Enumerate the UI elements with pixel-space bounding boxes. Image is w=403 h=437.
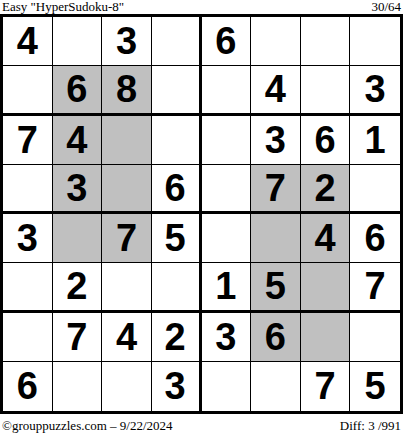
cell-r7c5[interactable]: 3 (202, 313, 252, 362)
cell-r2c3[interactable]: 8 (102, 66, 152, 115)
puzzle-title: Easy "HyperSudoku-8" (2, 0, 124, 15)
cell-r2c8[interactable]: 3 (350, 66, 400, 115)
footer: ©grouppuzzles.com – 9/22/2024 Diff: 3 /9… (0, 417, 403, 437)
cell-r5c8[interactable]: 6 (350, 214, 400, 263)
cell-r3c5[interactable] (202, 116, 252, 165)
sudoku-board: 4366843743613672375462157742366375 (0, 14, 403, 414)
cell-r8c1[interactable]: 6 (3, 362, 53, 411)
cell-r4c8[interactable] (350, 165, 400, 214)
cell-r1c4[interactable] (152, 17, 202, 66)
cell-r2c2[interactable]: 6 (53, 66, 103, 115)
cell-r7c6[interactable]: 6 (251, 313, 301, 362)
cell-r8c3[interactable] (102, 362, 152, 411)
cell-r6c1[interactable] (3, 263, 53, 312)
cell-r1c2[interactable] (53, 17, 103, 66)
cell-r3c6[interactable]: 3 (251, 116, 301, 165)
cell-r7c7[interactable] (301, 313, 351, 362)
cell-r4c6[interactable]: 7 (251, 165, 301, 214)
cell-r4c1[interactable] (3, 165, 53, 214)
cell-r3c4[interactable] (152, 116, 202, 165)
cell-r6c7[interactable] (301, 263, 351, 312)
cell-r3c3[interactable] (102, 116, 152, 165)
difficulty-text: Diff: 3 /991 (340, 418, 401, 434)
cell-r8c7[interactable]: 7 (301, 362, 351, 411)
cell-r8c5[interactable] (202, 362, 252, 411)
cell-r5c4[interactable]: 5 (152, 214, 202, 263)
cell-r1c8[interactable] (350, 17, 400, 66)
puzzle-counter: 30/64 (371, 0, 401, 15)
cell-r3c7[interactable]: 6 (301, 116, 351, 165)
cell-r2c1[interactable] (3, 66, 53, 115)
cell-r1c7[interactable] (301, 17, 351, 66)
cell-r7c1[interactable] (3, 313, 53, 362)
cell-r6c3[interactable] (102, 263, 152, 312)
cell-r1c3[interactable]: 3 (102, 17, 152, 66)
cell-r5c2[interactable] (53, 214, 103, 263)
cell-r6c2[interactable]: 2 (53, 263, 103, 312)
cell-r4c5[interactable] (202, 165, 252, 214)
cell-r2c6[interactable]: 4 (251, 66, 301, 115)
cell-r1c1[interactable]: 4 (3, 17, 53, 66)
cell-r5c1[interactable]: 3 (3, 214, 53, 263)
cell-r8c2[interactable] (53, 362, 103, 411)
cell-r4c7[interactable]: 2 (301, 165, 351, 214)
cell-r8c8[interactable]: 5 (350, 362, 400, 411)
cell-r4c2[interactable]: 3 (53, 165, 103, 214)
cell-r5c3[interactable]: 7 (102, 214, 152, 263)
cell-r2c5[interactable] (202, 66, 252, 115)
cell-r8c4[interactable]: 3 (152, 362, 202, 411)
cell-r7c3[interactable]: 4 (102, 313, 152, 362)
cell-r7c4[interactable]: 2 (152, 313, 202, 362)
cell-r3c1[interactable]: 7 (3, 116, 53, 165)
cell-r3c2[interactable]: 4 (53, 116, 103, 165)
cell-r1c6[interactable] (251, 17, 301, 66)
cell-r4c4[interactable]: 6 (152, 165, 202, 214)
cell-r3c8[interactable]: 1 (350, 116, 400, 165)
cell-r5c5[interactable] (202, 214, 252, 263)
cell-r2c7[interactable] (301, 66, 351, 115)
cell-r5c7[interactable]: 4 (301, 214, 351, 263)
header: Easy "HyperSudoku-8" 30/64 (0, 0, 403, 14)
cell-r1c5[interactable]: 6 (202, 17, 252, 66)
cell-r2c4[interactable] (152, 66, 202, 115)
cell-r8c6[interactable] (251, 362, 301, 411)
cell-r6c4[interactable] (152, 263, 202, 312)
cell-r6c8[interactable]: 7 (350, 263, 400, 312)
cell-r5c6[interactable] (251, 214, 301, 263)
copyright-text: ©grouppuzzles.com – 9/22/2024 (2, 418, 173, 434)
cell-r6c6[interactable]: 5 (251, 263, 301, 312)
cell-r4c3[interactable] (102, 165, 152, 214)
cell-r6c5[interactable]: 1 (202, 263, 252, 312)
cell-r7c2[interactable]: 7 (53, 313, 103, 362)
cell-r7c8[interactable] (350, 313, 400, 362)
